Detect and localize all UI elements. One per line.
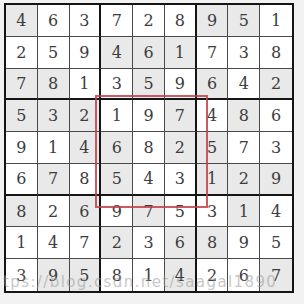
cell-r7c3[interactable]: 6 [70,196,102,228]
cell-r2c6[interactable]: 1 [165,37,197,69]
cell-r1c7[interactable]: 9 [197,5,229,37]
cell-r8c7[interactable]: 8 [197,227,229,259]
cell-r9c5[interactable]: 1 [133,259,165,291]
cell-r4c1[interactable]: 5 [6,100,38,132]
cell-r2c5[interactable]: 6 [133,37,165,69]
cell-r4c7[interactable]: 4 [197,100,229,132]
cell-r9c7[interactable]: 2 [197,259,229,291]
cell-r1c9[interactable]: 1 [260,5,292,37]
cell-r7c4[interactable]: 9 [101,196,133,228]
cell-r4c6[interactable]: 7 [165,100,197,132]
cell-r4c2[interactable]: 3 [38,100,70,132]
cell-r6c3[interactable]: 8 [70,164,102,196]
cell-r3c7[interactable]: 6 [197,69,229,101]
cell-r7c6[interactable]: 5 [165,196,197,228]
cell-r9c2[interactable]: 9 [38,259,70,291]
cell-r8c8[interactable]: 9 [228,227,260,259]
cell-r2c8[interactable]: 3 [228,37,260,69]
cell-r6c4[interactable]: 5 [101,164,133,196]
cell-r3c4[interactable]: 3 [101,69,133,101]
cell-r9c4[interactable]: 8 [101,259,133,291]
cell-r2c2[interactable]: 5 [38,37,70,69]
cell-r4c5[interactable]: 9 [133,100,165,132]
cell-r1c6[interactable]: 8 [165,5,197,37]
cell-r8c4[interactable]: 2 [101,227,133,259]
cell-r5c4[interactable]: 6 [101,132,133,164]
cell-r3c6[interactable]: 9 [165,69,197,101]
cell-r2c9[interactable]: 8 [260,37,292,69]
cell-r3c8[interactable]: 4 [228,69,260,101]
cell-r9c6[interactable]: 4 [165,259,197,291]
cell-r3c3[interactable]: 1 [70,69,102,101]
cell-r7c7[interactable]: 3 [197,196,229,228]
cell-r1c5[interactable]: 2 [133,5,165,37]
cell-r6c9[interactable]: 9 [260,164,292,196]
cell-r6c7[interactable]: 1 [197,164,229,196]
cell-r5c2[interactable]: 1 [38,132,70,164]
cell-r2c3[interactable]: 9 [70,37,102,69]
cell-r1c4[interactable]: 7 [101,5,133,37]
cell-r5c7[interactable]: 5 [197,132,229,164]
cell-r4c8[interactable]: 8 [228,100,260,132]
cell-r9c9[interactable]: 7 [260,259,292,291]
cell-r6c8[interactable]: 2 [228,164,260,196]
cell-r6c1[interactable]: 6 [6,164,38,196]
cell-r7c5[interactable]: 7 [133,196,165,228]
cell-r9c3[interactable]: 5 [70,259,102,291]
cell-r5c5[interactable]: 8 [133,132,165,164]
cell-r2c7[interactable]: 7 [197,37,229,69]
cell-r8c6[interactable]: 6 [165,227,197,259]
cell-r9c1[interactable]: 3 [6,259,38,291]
cell-r8c5[interactable]: 3 [133,227,165,259]
cell-r4c9[interactable]: 6 [260,100,292,132]
cell-r2c1[interactable]: 2 [6,37,38,69]
cell-r5c3[interactable]: 4 [70,132,102,164]
cell-r1c3[interactable]: 3 [70,5,102,37]
page: { "game": "sudoku", "position": { "notat… [0,0,304,304]
cell-r8c3[interactable]: 7 [70,227,102,259]
cell-r6c2[interactable]: 7 [38,164,70,196]
cell-r6c5[interactable]: 4 [133,164,165,196]
cell-r1c8[interactable]: 5 [228,5,260,37]
cell-r7c8[interactable]: 1 [228,196,260,228]
cell-r7c1[interactable]: 8 [6,196,38,228]
cell-r8c9[interactable]: 5 [260,227,292,259]
cell-r4c3[interactable]: 2 [70,100,102,132]
cell-r5c1[interactable]: 9 [6,132,38,164]
cell-r7c2[interactable]: 2 [38,196,70,228]
cell-r3c1[interactable]: 7 [6,69,38,101]
cell-r4c4[interactable]: 1 [101,100,133,132]
cell-r9c8[interactable]: 6 [228,259,260,291]
cell-r7c9[interactable]: 4 [260,196,292,228]
cell-r3c2[interactable]: 8 [38,69,70,101]
cell-r5c9[interactable]: 3 [260,132,292,164]
cell-r8c2[interactable]: 4 [38,227,70,259]
cell-r3c9[interactable]: 2 [260,69,292,101]
cell-r2c4[interactable]: 4 [101,37,133,69]
cell-r6c6[interactable]: 3 [165,164,197,196]
cell-r1c2[interactable]: 6 [38,5,70,37]
cell-r5c8[interactable]: 7 [228,132,260,164]
cell-r3c5[interactable]: 5 [133,69,165,101]
cell-r1c1[interactable]: 4 [6,5,38,37]
cell-r5c6[interactable]: 2 [165,132,197,164]
sudoku-board: 4637289512594617387813596425321974869146… [4,3,294,293]
cell-r8c1[interactable]: 1 [6,227,38,259]
